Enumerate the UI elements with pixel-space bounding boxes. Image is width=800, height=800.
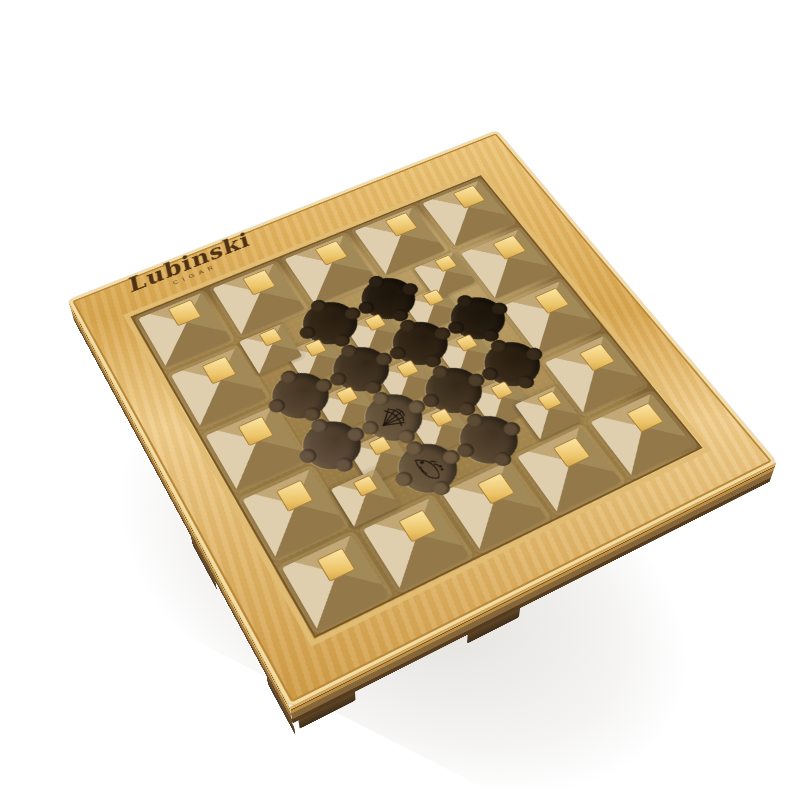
- pyramid-cap: [201, 356, 237, 385]
- pyramid-cap: [626, 402, 664, 432]
- pyramid-cap: [167, 299, 201, 326]
- border-pyramid: [213, 263, 305, 335]
- hole-notch: [297, 447, 319, 465]
- pyramid-cap: [534, 287, 570, 314]
- pyramid-cap: [434, 255, 458, 273]
- hole-notch: [278, 368, 299, 385]
- hole-notch: [297, 324, 318, 340]
- pyramid-cap: [578, 343, 615, 372]
- hole-notch: [524, 346, 545, 363]
- hole-notch: [501, 420, 523, 438]
- pyramid-cap: [242, 269, 276, 295]
- pyramid-cap: [537, 391, 563, 412]
- pyramid: [239, 324, 302, 375]
- pyramid-cap: [316, 547, 356, 582]
- pyramid-cap: [314, 240, 348, 266]
- pyramid-cap: [352, 475, 378, 497]
- hole-notch: [515, 373, 537, 390]
- product-photo-canvas: Lubinski CIGAR: [0, 0, 800, 800]
- pyramid-cap: [398, 509, 437, 543]
- hole-notch: [455, 293, 476, 309]
- ash-hole: [293, 413, 371, 478]
- ash-hole: [415, 360, 492, 422]
- border-pyramid: [282, 535, 389, 630]
- pyramid-cap: [237, 416, 274, 447]
- pyramid-cap: [258, 328, 282, 347]
- hole-notch: [491, 450, 513, 468]
- pyramid-cap: [452, 185, 485, 209]
- pyramid-cap: [275, 479, 313, 512]
- hole-notch: [333, 455, 355, 474]
- pyramid-cap: [384, 212, 418, 237]
- pyramid-cap: [476, 472, 515, 504]
- ash-hole: [383, 314, 458, 373]
- ash-hole: [449, 408, 528, 473]
- pyramid-cap: [492, 235, 526, 260]
- pyramid-cap: [552, 437, 591, 468]
